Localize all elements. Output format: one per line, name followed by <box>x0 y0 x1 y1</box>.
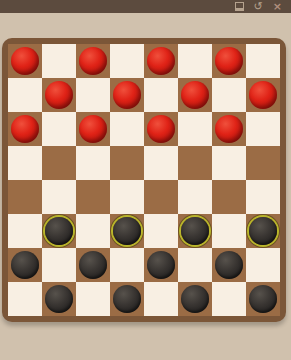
square-r3c4[interactable] <box>144 146 178 180</box>
square-r0c3[interactable] <box>110 44 144 78</box>
red-piece[interactable] <box>79 47 107 75</box>
black-piece[interactable] <box>249 285 277 313</box>
square-r6c1[interactable] <box>42 248 76 282</box>
square-r4c0[interactable] <box>8 180 42 214</box>
square-r5c3[interactable] <box>110 214 144 248</box>
square-r7c1[interactable] <box>42 282 76 316</box>
square-r2c0[interactable] <box>8 112 42 146</box>
square-r4c3[interactable] <box>110 180 144 214</box>
square-r3c2[interactable] <box>76 146 110 180</box>
save-icon-glyph <box>235 2 244 11</box>
square-r2c4[interactable] <box>144 112 178 146</box>
square-r2c6[interactable] <box>212 112 246 146</box>
square-r7c6[interactable] <box>212 282 246 316</box>
square-r7c7[interactable] <box>246 282 280 316</box>
red-piece[interactable] <box>249 81 277 109</box>
square-r1c1[interactable] <box>42 78 76 112</box>
square-r6c2[interactable] <box>76 248 110 282</box>
black-piece[interactable] <box>45 285 73 313</box>
square-r5c0[interactable] <box>8 214 42 248</box>
square-r4c6[interactable] <box>212 180 246 214</box>
save-icon[interactable] <box>235 2 244 12</box>
square-r4c4[interactable] <box>144 180 178 214</box>
square-r5c7[interactable] <box>246 214 280 248</box>
square-r3c3[interactable] <box>110 146 144 180</box>
board-grid <box>8 44 280 316</box>
square-r0c6[interactable] <box>212 44 246 78</box>
square-r4c7[interactable] <box>246 180 280 214</box>
black-piece-highlighted[interactable] <box>181 217 209 245</box>
square-r5c4[interactable] <box>144 214 178 248</box>
close-icon[interactable]: × <box>273 2 282 12</box>
square-r7c2[interactable] <box>76 282 110 316</box>
black-piece[interactable] <box>79 251 107 279</box>
red-piece[interactable] <box>147 47 175 75</box>
black-piece-highlighted[interactable] <box>45 217 73 245</box>
square-r0c5[interactable] <box>178 44 212 78</box>
square-r3c1[interactable] <box>42 146 76 180</box>
square-r2c5[interactable] <box>178 112 212 146</box>
red-piece[interactable] <box>215 47 243 75</box>
square-r6c3[interactable] <box>110 248 144 282</box>
red-piece[interactable] <box>215 115 243 143</box>
square-r2c3[interactable] <box>110 112 144 146</box>
square-r7c5[interactable] <box>178 282 212 316</box>
square-r6c6[interactable] <box>212 248 246 282</box>
red-piece[interactable] <box>181 81 209 109</box>
square-r2c1[interactable] <box>42 112 76 146</box>
black-piece[interactable] <box>113 285 141 313</box>
square-r7c0[interactable] <box>8 282 42 316</box>
square-r3c7[interactable] <box>246 146 280 180</box>
black-piece-highlighted[interactable] <box>113 217 141 245</box>
square-r1c4[interactable] <box>144 78 178 112</box>
square-r5c1[interactable] <box>42 214 76 248</box>
square-r7c3[interactable] <box>110 282 144 316</box>
black-piece[interactable] <box>215 251 243 279</box>
titlebar: ↺ × <box>0 0 291 13</box>
undo-icon[interactable]: ↺ <box>254 1 263 11</box>
square-r0c4[interactable] <box>144 44 178 78</box>
square-r0c2[interactable] <box>76 44 110 78</box>
square-r4c2[interactable] <box>76 180 110 214</box>
square-r2c7[interactable] <box>246 112 280 146</box>
red-piece[interactable] <box>79 115 107 143</box>
square-r1c3[interactable] <box>110 78 144 112</box>
square-r1c7[interactable] <box>246 78 280 112</box>
square-r1c0[interactable] <box>8 78 42 112</box>
square-r5c6[interactable] <box>212 214 246 248</box>
square-r1c5[interactable] <box>178 78 212 112</box>
black-piece[interactable] <box>11 251 39 279</box>
red-piece[interactable] <box>147 115 175 143</box>
square-r3c0[interactable] <box>8 146 42 180</box>
black-piece[interactable] <box>181 285 209 313</box>
square-r4c1[interactable] <box>42 180 76 214</box>
square-r7c4[interactable] <box>144 282 178 316</box>
red-piece[interactable] <box>45 81 73 109</box>
square-r2c2[interactable] <box>76 112 110 146</box>
black-piece-highlighted[interactable] <box>249 217 277 245</box>
checkers-window: ↺ × <box>0 0 291 360</box>
square-r4c5[interactable] <box>178 180 212 214</box>
red-piece[interactable] <box>11 47 39 75</box>
square-r1c2[interactable] <box>76 78 110 112</box>
black-piece[interactable] <box>147 251 175 279</box>
square-r6c4[interactable] <box>144 248 178 282</box>
checkers-board <box>2 38 286 322</box>
square-r6c7[interactable] <box>246 248 280 282</box>
red-piece[interactable] <box>11 115 39 143</box>
square-r0c1[interactable] <box>42 44 76 78</box>
red-piece[interactable] <box>113 81 141 109</box>
square-r1c6[interactable] <box>212 78 246 112</box>
square-r3c5[interactable] <box>178 146 212 180</box>
square-r5c2[interactable] <box>76 214 110 248</box>
square-r3c6[interactable] <box>212 146 246 180</box>
square-r5c5[interactable] <box>178 214 212 248</box>
square-r0c0[interactable] <box>8 44 42 78</box>
square-r0c7[interactable] <box>246 44 280 78</box>
square-r6c0[interactable] <box>8 248 42 282</box>
square-r6c5[interactable] <box>178 248 212 282</box>
